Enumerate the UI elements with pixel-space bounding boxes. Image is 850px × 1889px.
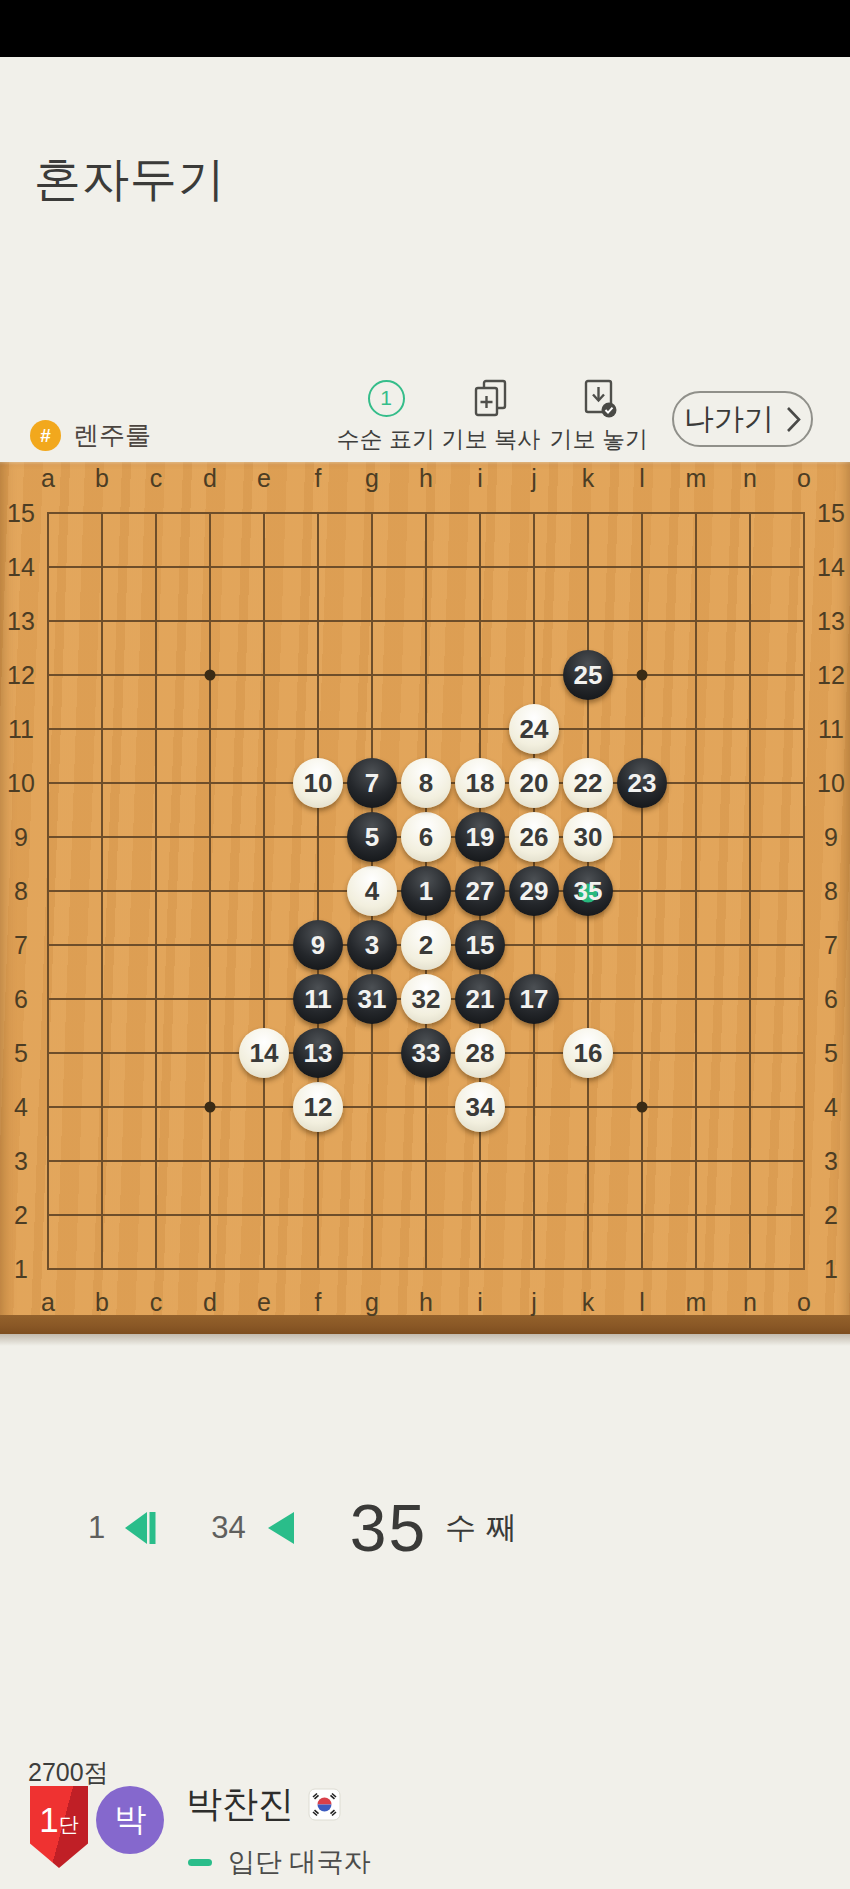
stone-black-31-g6: 31 bbox=[347, 974, 397, 1024]
star-point bbox=[637, 670, 648, 681]
stone-black-1-h8: 1 bbox=[401, 866, 451, 916]
rule-label: 렌주룰 bbox=[73, 418, 151, 453]
stone-white-12-f4: 12 bbox=[293, 1082, 343, 1132]
row-label-left: 15 bbox=[7, 499, 35, 528]
gibo-place-button[interactable]: 기보 놓기 bbox=[549, 378, 649, 455]
app-screen: 혼자두기 # 렌주룰 1 수순 표기 기보 복사 bbox=[0, 0, 850, 1889]
gibo-copy-button[interactable]: 기보 복사 bbox=[441, 378, 541, 455]
stone-black-33-h5: 33 bbox=[401, 1028, 451, 1078]
col-label-top: a bbox=[41, 464, 55, 493]
col-label-top: l bbox=[639, 464, 645, 493]
col-label-bottom: o bbox=[797, 1288, 811, 1317]
avatar[interactable]: 박 bbox=[96, 1786, 164, 1854]
row-label-left: 5 bbox=[14, 1039, 28, 1068]
prev-move-number: 34 bbox=[211, 1510, 245, 1546]
row-label-left: 14 bbox=[7, 553, 35, 582]
stone-black-19-i9: 19 bbox=[455, 812, 505, 862]
gibo-copy-label: 기보 복사 bbox=[442, 424, 540, 455]
step-back-button[interactable] bbox=[262, 1509, 298, 1547]
col-label-bottom: f bbox=[315, 1288, 322, 1317]
col-label-bottom: d bbox=[203, 1288, 217, 1317]
row-label-right: 9 bbox=[824, 823, 838, 852]
row-label-left: 2 bbox=[14, 1201, 28, 1230]
stone-black-11-f6: 11 bbox=[293, 974, 343, 1024]
gibo-place-label: 기보 놓기 bbox=[550, 424, 648, 455]
row-label-left: 11 bbox=[8, 715, 34, 744]
move-number-display-label: 수순 표기 bbox=[337, 424, 435, 455]
row-label-left: 6 bbox=[14, 985, 28, 1014]
stone-white-8-h10: 8 bbox=[401, 758, 451, 808]
row-label-left: 12 bbox=[7, 661, 35, 690]
row-label-right: 6 bbox=[824, 985, 838, 1014]
player-subtitle: 입단 대국자 bbox=[228, 1844, 371, 1880]
col-label-bottom: e bbox=[257, 1288, 271, 1317]
star-point bbox=[637, 1102, 648, 1113]
row-label-left: 10 bbox=[7, 769, 35, 798]
row-label-right: 10 bbox=[817, 769, 845, 798]
stone-white-30-k9: 30 bbox=[563, 812, 613, 862]
col-label-top: g bbox=[365, 464, 379, 493]
col-label-top: j bbox=[531, 464, 537, 493]
exit-button[interactable]: 나가기 bbox=[672, 391, 813, 447]
col-label-top: b bbox=[95, 464, 109, 493]
row-label-right: 14 bbox=[817, 553, 845, 582]
stone-white-24-j11: 24 bbox=[509, 704, 559, 754]
stone-white-22-k10: 22 bbox=[563, 758, 613, 808]
col-label-top: n bbox=[743, 464, 757, 493]
row-label-left: 1 bbox=[14, 1255, 28, 1284]
col-label-bottom: k bbox=[582, 1288, 595, 1317]
move-navigation: 1 34 35 수째 bbox=[88, 1492, 527, 1564]
stone-black-7-g10: 7 bbox=[347, 758, 397, 808]
rank-badge: 1 단 bbox=[30, 1786, 88, 1868]
stone-white-10-f10: 10 bbox=[293, 758, 343, 808]
board-edge bbox=[0, 1315, 850, 1334]
hash-icon: # bbox=[30, 420, 61, 451]
col-label-bottom: i bbox=[477, 1288, 483, 1317]
move-number-display-button[interactable]: 1 수순 표기 bbox=[338, 378, 434, 455]
goban-board[interactable]: aabbccddeeffgghhiijjkkllmmnnoo1515141413… bbox=[0, 462, 850, 1334]
row-label-right: 13 bbox=[817, 607, 845, 636]
stone-white-34-i4: 34 bbox=[455, 1082, 505, 1132]
row-label-left: 13 bbox=[7, 607, 35, 636]
stone-white-14-e5: 14 bbox=[239, 1028, 289, 1078]
stone-white-20-j10: 20 bbox=[509, 758, 559, 808]
stone-black-27-i8: 27 bbox=[455, 866, 505, 916]
stone-black-13-f5: 13 bbox=[293, 1028, 343, 1078]
row-label-right: 4 bbox=[824, 1093, 838, 1122]
stone-black-29-j8: 29 bbox=[509, 866, 559, 916]
col-label-bottom: n bbox=[743, 1288, 757, 1317]
south-korea-flag-icon bbox=[308, 1788, 341, 1821]
stone-black-3-g7: 3 bbox=[347, 920, 397, 970]
row-label-right: 3 bbox=[824, 1147, 838, 1176]
stone-black-15-i7: 15 bbox=[455, 920, 505, 970]
stone-black-23-l10: 23 bbox=[617, 758, 667, 808]
current-move-number: 35 bbox=[350, 1490, 427, 1566]
stone-black-25-k12: 25 bbox=[563, 650, 613, 700]
status-bar bbox=[0, 0, 850, 57]
green-dash-icon bbox=[188, 1859, 212, 1866]
col-label-top: f bbox=[315, 464, 322, 493]
stone-white-28-i5: 28 bbox=[455, 1028, 505, 1078]
col-label-top: m bbox=[686, 464, 707, 493]
col-label-top: h bbox=[419, 464, 433, 493]
row-label-left: 8 bbox=[14, 877, 28, 906]
row-label-right: 8 bbox=[824, 877, 838, 906]
row-label-left: 3 bbox=[14, 1147, 28, 1176]
rank-suffix: 단 bbox=[59, 1814, 79, 1834]
star-point bbox=[205, 670, 216, 681]
page-title: 혼자두기 bbox=[34, 148, 226, 211]
download-check-icon bbox=[579, 378, 619, 418]
row-label-right: 1 bbox=[824, 1255, 838, 1284]
col-label-bottom: g bbox=[365, 1288, 379, 1317]
circled-1-icon: 1 bbox=[368, 380, 405, 417]
col-label-bottom: m bbox=[686, 1288, 707, 1317]
row-label-left: 4 bbox=[14, 1093, 28, 1122]
col-label-top: o bbox=[797, 464, 811, 493]
row-label-right: 7 bbox=[824, 931, 838, 960]
stone-black-35-k8: 35 bbox=[563, 866, 613, 916]
player-points: 2700점 bbox=[28, 1756, 109, 1789]
skip-to-start-button[interactable] bbox=[121, 1509, 161, 1547]
stone-white-18-i10: 18 bbox=[455, 758, 505, 808]
jump-start-number: 1 bbox=[88, 1510, 105, 1546]
stone-white-16-k5: 16 bbox=[563, 1028, 613, 1078]
back-triangle-icon bbox=[262, 1509, 298, 1547]
stone-white-32-h6: 32 bbox=[401, 974, 451, 1024]
move-suffix-label: 수째 bbox=[445, 1507, 527, 1549]
copy-plus-icon bbox=[471, 378, 511, 418]
col-label-top: d bbox=[203, 464, 217, 493]
row-label-right: 12 bbox=[817, 661, 845, 690]
exit-label: 나가기 bbox=[684, 399, 774, 440]
col-label-bottom: b bbox=[95, 1288, 109, 1317]
col-label-bottom: l bbox=[639, 1288, 645, 1317]
row-label-right: 11 bbox=[818, 715, 844, 744]
col-label-bottom: j bbox=[531, 1288, 537, 1317]
stone-black-17-j6: 17 bbox=[509, 974, 559, 1024]
col-label-bottom: c bbox=[150, 1288, 163, 1317]
stone-white-6-h9: 6 bbox=[401, 812, 451, 862]
row-label-right: 5 bbox=[824, 1039, 838, 1068]
skip-back-icon bbox=[121, 1509, 161, 1547]
row-label-left: 9 bbox=[14, 823, 28, 852]
rank-number: 1 bbox=[39, 1802, 58, 1837]
rule-chip: # 렌주룰 bbox=[30, 418, 151, 453]
stone-white-26-j9: 26 bbox=[509, 812, 559, 862]
col-label-top: i bbox=[477, 464, 483, 493]
row-label-right: 2 bbox=[824, 1201, 838, 1230]
col-label-bottom: h bbox=[419, 1288, 433, 1317]
row-label-left: 7 bbox=[14, 931, 28, 960]
col-label-bottom: a bbox=[41, 1288, 55, 1317]
player-name: 박찬진 bbox=[186, 1780, 294, 1829]
row-label-right: 15 bbox=[817, 499, 845, 528]
chevron-right-icon bbox=[786, 406, 801, 433]
star-point bbox=[205, 1102, 216, 1113]
col-label-top: k bbox=[582, 464, 595, 493]
stone-black-5-g9: 5 bbox=[347, 812, 397, 862]
stone-black-9-f7: 9 bbox=[293, 920, 343, 970]
stone-white-2-h7: 2 bbox=[401, 920, 451, 970]
stone-white-4-g8: 4 bbox=[347, 866, 397, 916]
col-label-top: c bbox=[150, 464, 163, 493]
col-label-top: e bbox=[257, 464, 271, 493]
stone-black-21-i6: 21 bbox=[455, 974, 505, 1024]
